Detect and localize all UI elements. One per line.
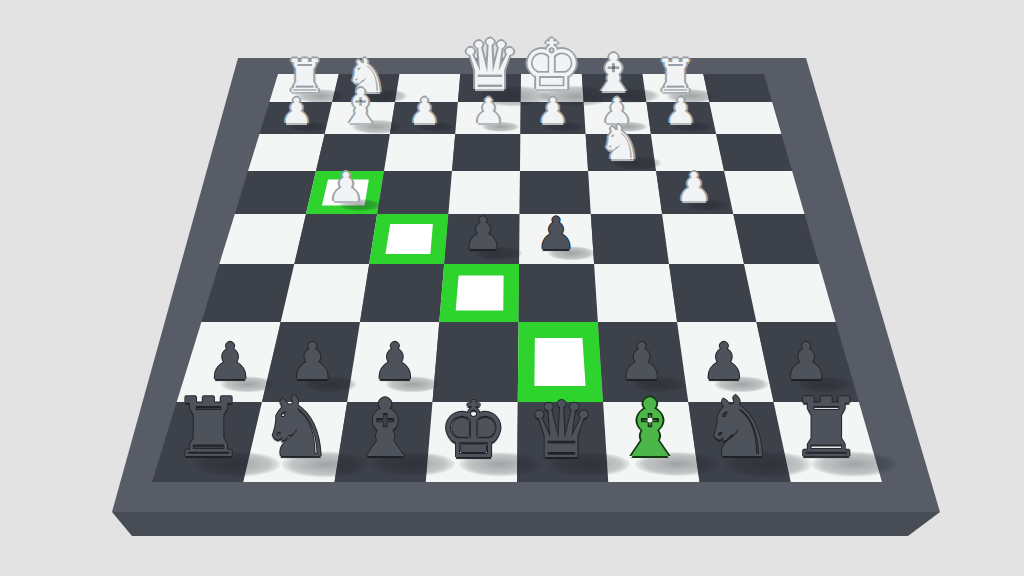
piece-black-bishop-f8[interactable]: ♝ xyxy=(349,389,421,469)
piece-white-pawn-b4[interactable]: ♟ xyxy=(676,167,712,207)
highlight-inner-d7 xyxy=(534,338,585,386)
piece-black-bishop-c8-selected[interactable]: ♝ xyxy=(614,389,686,469)
piece-black-pawn-e5[interactable]: ♟ xyxy=(463,211,503,256)
square-a3[interactable] xyxy=(716,134,792,171)
square-c6[interactable] xyxy=(594,264,677,322)
square-g5[interactable] xyxy=(294,214,377,264)
highlight-inner-e6 xyxy=(456,276,504,311)
square-b5[interactable] xyxy=(662,214,744,264)
square-a2[interactable] xyxy=(709,102,781,134)
piece-black-knight-b8[interactable]: ♞ xyxy=(700,385,775,469)
piece-white-pawn-g4[interactable]: ♟ xyxy=(328,167,364,207)
piece-black-rook-a8[interactable]: ♜ xyxy=(790,387,864,469)
piece-white-pawn-b2[interactable]: ♟ xyxy=(665,94,696,129)
piece-white-king-d1[interactable]: ♚ xyxy=(521,31,583,100)
piece-white-pawn-d2[interactable]: ♟ xyxy=(537,94,568,129)
square-c4[interactable] xyxy=(588,171,662,214)
piece-black-queen-d8[interactable]: ♛ xyxy=(527,391,597,469)
piece-black-pawn-d5[interactable]: ♟ xyxy=(536,211,576,256)
square-d6[interactable] xyxy=(519,264,598,322)
piece-black-king-e8[interactable]: ♚ xyxy=(438,391,508,469)
square-h3[interactable] xyxy=(248,134,325,171)
square-f4[interactable] xyxy=(377,171,452,214)
square-h4[interactable] xyxy=(235,171,316,214)
board-rim-front-face xyxy=(112,512,940,536)
square-c5[interactable] xyxy=(591,214,669,264)
square-e3[interactable] xyxy=(452,134,520,171)
chess-scene: ♜♞♛♚♝♜♟♝♟♟♟♟♟♞♟♟♟♟♟♟♟♟♟♟♜♞♝♚♛♝♞♜ xyxy=(0,0,1024,576)
square-a5[interactable] xyxy=(733,214,819,264)
square-b6[interactable] xyxy=(669,264,756,322)
square-a4[interactable] xyxy=(724,171,804,214)
square-g6[interactable] xyxy=(281,264,370,322)
piece-black-rook-h8[interactable]: ♜ xyxy=(172,387,246,469)
piece-white-bishop-g2[interactable]: ♝ xyxy=(339,82,382,130)
piece-white-pawn-f2[interactable]: ♟ xyxy=(409,94,440,129)
piece-black-pawn-f7[interactable]: ♟ xyxy=(372,336,418,387)
square-f3[interactable] xyxy=(384,134,455,171)
piece-white-pawn-e2[interactable]: ♟ xyxy=(473,94,504,129)
piece-white-pawn-h2[interactable]: ♟ xyxy=(281,94,312,129)
square-d3[interactable] xyxy=(520,134,588,171)
square-f6[interactable] xyxy=(360,264,444,322)
piece-black-knight-g8[interactable]: ♞ xyxy=(259,385,334,469)
highlight-inner-f5 xyxy=(385,224,433,254)
piece-black-pawn-c7[interactable]: ♟ xyxy=(619,336,665,387)
piece-white-knight-c3[interactable]: ♞ xyxy=(599,119,641,166)
piece-white-queen-e1[interactable]: ♛ xyxy=(459,31,521,100)
